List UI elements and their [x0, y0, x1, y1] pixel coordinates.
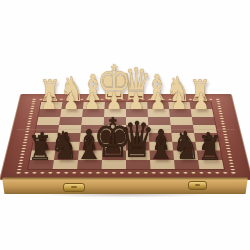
- piece-light-pawn: ♟: [62, 90, 79, 113]
- piece-dark-knight: ♞: [50, 126, 79, 165]
- piece-dark-rook: ♜: [28, 131, 53, 165]
- piece-light-pawn: ♟: [41, 90, 58, 113]
- brass-latch-right: [188, 181, 207, 190]
- board-side-edge: [2, 177, 248, 194]
- chess-set-photo: ♜♞♝♛♚♝♞♜♟♟♟♟♟♟♟♟♟♟♟♟♟♟♟♟♜♞♝♛♚♝♞♜: [0, 0, 250, 250]
- piece-light-pawn: ♟: [193, 90, 210, 113]
- piece-light-pawn: ♟: [149, 90, 166, 113]
- brass-latch-left: [63, 183, 85, 192]
- piece-light-pawn: ♟: [171, 90, 188, 113]
- piece-dark-rook: ♜: [197, 131, 222, 165]
